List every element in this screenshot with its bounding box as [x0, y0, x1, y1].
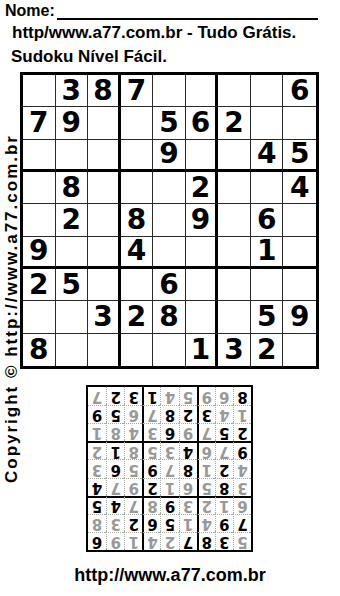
solution-cell-given: 7 — [179, 532, 197, 550]
solution-cell-given: 8 — [215, 478, 233, 496]
solution-cell-solved: 5 — [179, 387, 197, 405]
puzzle-cell-given: 2 — [186, 172, 219, 204]
solution-cell-given: 9 — [142, 459, 160, 477]
solution-cell-given: 2 — [215, 459, 233, 477]
solution-cell-solved: 8 — [142, 496, 160, 514]
solution-cell-given: 5 — [106, 405, 124, 423]
puzzle-cell-given: 6 — [283, 75, 316, 107]
puzzle-cell-given: 9 — [56, 107, 89, 139]
solution-cell-solved: 4 — [233, 459, 251, 477]
puzzle-cell-given: 2 — [56, 204, 89, 236]
puzzle-cell-empty[interactable] — [23, 204, 56, 236]
solution-cell-solved: 2 — [197, 496, 215, 514]
puzzle-cell-empty[interactable] — [23, 172, 56, 204]
puzzle-cell-given: 8 — [56, 172, 89, 204]
solution-cell-given: 3 — [215, 532, 233, 550]
puzzle-cell-empty[interactable] — [251, 269, 284, 301]
solution-cell-solved: 9 — [106, 532, 124, 550]
solution-cell-solved: 9 — [179, 423, 197, 441]
solution-cell-given: 2 — [124, 514, 142, 532]
puzzle-cell-given: 1 — [186, 334, 219, 366]
solution-cell-solved: 4 — [160, 387, 178, 405]
solution-cell-given: 9 — [88, 405, 106, 423]
solution-cell-given: 8 — [160, 405, 178, 423]
puzzle-cell-empty[interactable] — [121, 334, 154, 366]
solution-cell-given: 5 — [160, 514, 178, 532]
solution-cell-given: 6 — [160, 423, 178, 441]
puzzle-cell-given: 4 — [251, 140, 284, 172]
puzzle-cell-empty[interactable] — [251, 75, 284, 107]
puzzle-cell-given: 4 — [283, 172, 316, 204]
puzzle-cell-empty[interactable] — [186, 301, 219, 333]
name-label: Nome: — [5, 2, 55, 20]
solution-cell-solved: 9 — [197, 387, 215, 405]
puzzle-cell-empty[interactable] — [56, 334, 89, 366]
puzzle-cell-empty[interactable] — [218, 237, 251, 269]
solution-cell-solved: 2 — [88, 441, 106, 459]
puzzle-cell-empty[interactable] — [88, 237, 121, 269]
solution-cell-solved: 6 — [233, 496, 251, 514]
solution-cell-solved: 7 — [106, 478, 124, 496]
puzzle-cell-empty[interactable] — [88, 140, 121, 172]
solution-cell-given: 9 — [160, 496, 178, 514]
puzzle-cell-empty[interactable] — [218, 269, 251, 301]
sudoku-puzzle-grid: 3876795629458242896941256328598132 — [20, 72, 319, 369]
puzzle-cell-empty[interactable] — [153, 237, 186, 269]
solution-cell-solved: 6 — [197, 441, 215, 459]
puzzle-cell-empty[interactable] — [218, 75, 251, 107]
puzzle-cell-empty[interactable] — [218, 172, 251, 204]
puzzle-cell-empty[interactable] — [121, 140, 154, 172]
puzzle-cell-empty[interactable] — [251, 172, 284, 204]
solution-cell-given: 2 — [233, 423, 251, 441]
footer-url-text: http://www.a77.com.br — [0, 565, 340, 586]
puzzle-cell-given: 9 — [283, 301, 316, 333]
copyright-vertical-text: Copyright © http://www.a77.com.br — [2, 85, 22, 483]
puzzle-cell-empty[interactable] — [23, 140, 56, 172]
puzzle-cell-given: 1 — [251, 237, 284, 269]
puzzle-cell-empty[interactable] — [153, 172, 186, 204]
puzzle-cell-empty[interactable] — [23, 75, 56, 107]
puzzle-cell-given: 5 — [251, 301, 284, 333]
solution-cell-solved: 8 — [124, 441, 142, 459]
solution-cell-given: 9 — [233, 441, 251, 459]
solution-cell-given: 8 — [179, 459, 197, 477]
puzzle-cell-given: 2 — [251, 334, 284, 366]
solution-cell-solved: 3 — [179, 496, 197, 514]
solution-cell-given: 1 — [106, 441, 124, 459]
puzzle-cell-empty[interactable] — [56, 301, 89, 333]
solution-cell-solved: 1 — [124, 532, 142, 550]
solution-cell-solved: 5 — [233, 532, 251, 550]
puzzle-cell-given: 5 — [283, 140, 316, 172]
solution-cell-solved: 3 — [106, 514, 124, 532]
puzzle-cell-given: 3 — [56, 75, 89, 107]
sudoku-print-page: Nome: http/www.a77.com.br - Tudo Grátis.… — [0, 0, 340, 596]
solution-cell-solved: 1 — [88, 423, 106, 441]
puzzle-cell-given: 6 — [153, 269, 186, 301]
solution-cell-solved: 6 — [124, 405, 142, 423]
puzzle-cell-given: 8 — [121, 204, 154, 236]
puzzle-cell-empty[interactable] — [186, 269, 219, 301]
solution-cell-solved: 7 — [124, 496, 142, 514]
solution-cell-solved: 1 — [160, 478, 178, 496]
solution-cell-solved: 1 — [233, 405, 251, 423]
solution-cell-given: 6 — [106, 459, 124, 477]
puzzle-cell-empty[interactable] — [218, 204, 251, 236]
solution-cell-given: 2 — [106, 387, 124, 405]
solution-cell-solved: 8 — [106, 423, 124, 441]
solution-cell-solved: 4 — [215, 405, 233, 423]
puzzle-cell-empty[interactable] — [218, 301, 251, 333]
solution-cell-solved: 7 — [160, 459, 178, 477]
puzzle-cell-empty[interactable] — [88, 172, 121, 204]
solution-cell-given: 4 — [88, 478, 106, 496]
puzzle-cell-empty[interactable] — [283, 237, 316, 269]
puzzle-cell-empty[interactable] — [121, 107, 154, 139]
solution-cell-given: 6 — [88, 532, 106, 550]
puzzle-cell-empty[interactable] — [251, 107, 284, 139]
puzzle-cell-given: 9 — [153, 140, 186, 172]
puzzle-cell-given: 9 — [186, 204, 219, 236]
solution-cell-solved: 3 — [233, 478, 251, 496]
solution-cell-solved: 2 — [160, 532, 178, 550]
puzzle-cell-given: 7 — [23, 107, 56, 139]
solution-cell-given: 5 — [215, 423, 233, 441]
name-row: Nome: — [5, 2, 318, 20]
solution-cell-given: 3 — [124, 387, 142, 405]
puzzle-cell-empty[interactable] — [88, 334, 121, 366]
puzzle-cell-empty[interactable] — [218, 140, 251, 172]
puzzle-cell-empty[interactable] — [283, 269, 316, 301]
puzzle-cell-given: 5 — [56, 269, 89, 301]
puzzle-cell-given: 6 — [251, 204, 284, 236]
solution-cell-solved: 7 — [88, 387, 106, 405]
solution-cell-solved: 3 — [142, 423, 160, 441]
solution-cell-solved: 5 — [124, 459, 142, 477]
solution-cell-solved: 7 — [142, 405, 160, 423]
puzzle-cell-given: 2 — [121, 301, 154, 333]
puzzle-cell-empty[interactable] — [186, 237, 219, 269]
solution-cell-solved: 7 — [215, 441, 233, 459]
solution-cell-given: 3 — [197, 405, 215, 423]
puzzle-cell-given: 2 — [218, 107, 251, 139]
puzzle-cell-given: 4 — [121, 237, 154, 269]
solution-cell-given: 2 — [142, 478, 160, 496]
solution-cell-solved: 5 — [142, 441, 160, 459]
solution-cell-given: 9 — [215, 514, 233, 532]
solution-cell-given: 6 — [142, 514, 160, 532]
solution-cell-solved: 6 — [215, 387, 233, 405]
solution-cell-given: 1 — [142, 387, 160, 405]
puzzle-cell-empty[interactable] — [88, 107, 121, 139]
solution-cell-given: 4 — [179, 441, 197, 459]
solution-cell-solved: 1 — [215, 496, 233, 514]
site-title: http/www.a77.com.br - Tudo Grátis. — [12, 23, 296, 43]
puzzle-cell-given: 5 — [153, 107, 186, 139]
puzzle-cell-given: 8 — [88, 75, 121, 107]
solution-cell-solved: 1 — [179, 514, 197, 532]
puzzle-cell-empty[interactable] — [186, 140, 219, 172]
solution-cell-solved: 4 — [197, 514, 215, 532]
puzzle-cell-empty[interactable] — [153, 75, 186, 107]
puzzle-cell-given: 2 — [23, 269, 56, 301]
puzzle-cell-empty[interactable] — [88, 269, 121, 301]
puzzle-cell-empty[interactable] — [121, 172, 154, 204]
puzzle-cell-empty[interactable] — [186, 75, 219, 107]
solution-cell-solved: 5 — [197, 478, 215, 496]
name-blank-line[interactable] — [57, 3, 318, 20]
puzzle-cell-empty[interactable] — [88, 204, 121, 236]
puzzle-cell-empty[interactable] — [283, 204, 316, 236]
puzzle-cell-empty[interactable] — [56, 237, 89, 269]
puzzle-cell-empty[interactable] — [56, 140, 89, 172]
puzzle-cell-given: 9 — [23, 237, 56, 269]
difficulty-title: Sudoku Nível Fácil. — [11, 47, 167, 67]
solution-cell-solved: 1 — [197, 459, 215, 477]
solution-cell-given: 2 — [179, 405, 197, 423]
solution-cell-solved: 3 — [160, 441, 178, 459]
solution-cell-given: 5 — [88, 496, 106, 514]
solution-cell-solved: 7 — [197, 423, 215, 441]
solution-cell-solved: 4 — [124, 423, 142, 441]
solution-cell-given: 8 — [197, 532, 215, 550]
solution-cell-solved: 4 — [142, 532, 160, 550]
solution-cell-given: 4 — [106, 496, 124, 514]
solution-cell-given: 8 — [233, 387, 251, 405]
puzzle-cell-empty[interactable] — [121, 269, 154, 301]
puzzle-cell-empty[interactable] — [153, 204, 186, 236]
solution-cell-solved: 3 — [88, 459, 106, 477]
solution-cell-solved: 8 — [88, 514, 106, 532]
puzzle-cell-empty[interactable] — [23, 301, 56, 333]
puzzle-cell-given: 8 — [153, 301, 186, 333]
puzzle-cell-given: 7 — [121, 75, 154, 107]
puzzle-cell-empty[interactable] — [153, 334, 186, 366]
puzzle-cell-given: 8 — [23, 334, 56, 366]
solution-cell-solved: 6 — [179, 478, 197, 496]
solution-cell-solved: 9 — [124, 478, 142, 496]
puzzle-cell-given: 3 — [218, 334, 251, 366]
puzzle-cell-empty[interactable] — [283, 107, 316, 139]
solution-cell-given: 7 — [233, 514, 251, 532]
sudoku-solution-grid-rotated-180: 5387241967941562386123987453856129744218… — [86, 385, 253, 552]
puzzle-cell-given: 3 — [88, 301, 121, 333]
puzzle-cell-empty[interactable] — [283, 334, 316, 366]
puzzle-cell-given: 6 — [186, 107, 219, 139]
